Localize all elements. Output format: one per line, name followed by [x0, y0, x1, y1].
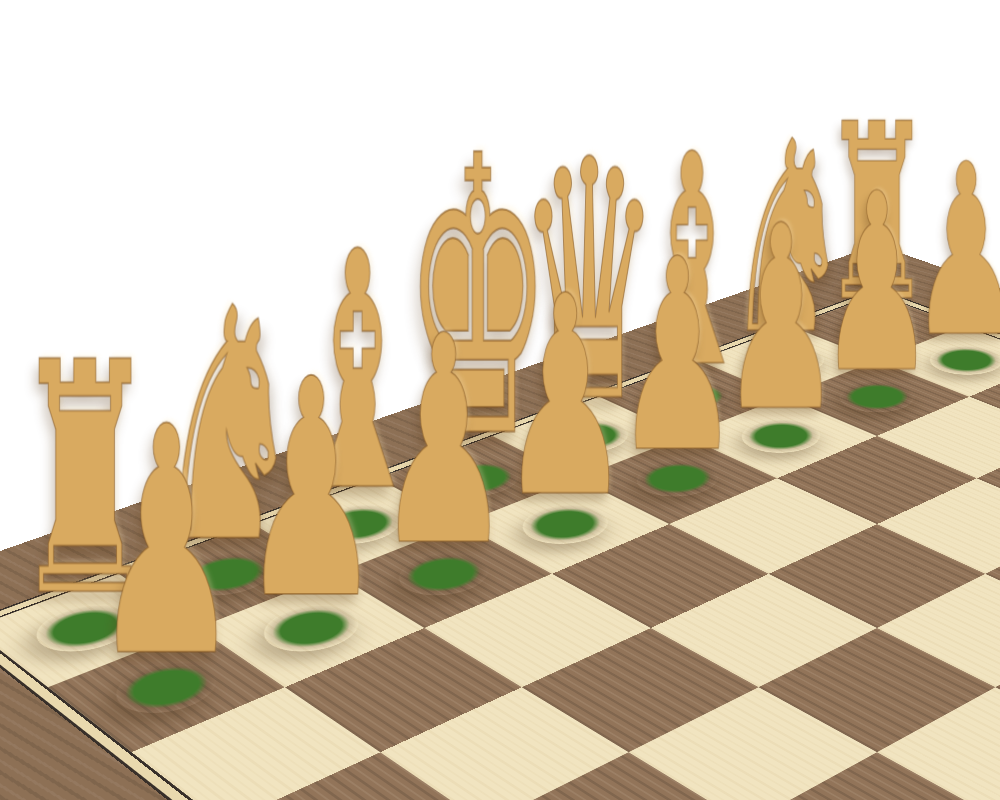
white-pawn-glyph: ♟ [92, 386, 241, 700]
white-pawn-glyph: ♟ [240, 340, 382, 640]
board-border-inlay: ♜♞♝♚♛♝♞♜♟♟♟♟♟♟♟♟ [0, 288, 1000, 800]
square-h2: ♟ [48, 628, 285, 752]
chess-board: ♜♞♝♚♛♝♞♜♟♟♟♟♟♟♟♟ [0, 245, 1000, 800]
white-pawn-glyph: ♟ [376, 298, 512, 585]
white-pawn-glyph: ♟ [500, 260, 630, 535]
board-squares-grid: ♜♞♝♚♛♝♞♜♟♟♟♟♟♟♟♟ [0, 293, 1000, 800]
white-pawn-glyph: ♟ [615, 224, 740, 489]
square-d3 [669, 478, 877, 574]
chess-set-photo: ♜♞♝♚♛♝♞♜♟♟♟♟♟♟♟♟ [0, 0, 1000, 800]
